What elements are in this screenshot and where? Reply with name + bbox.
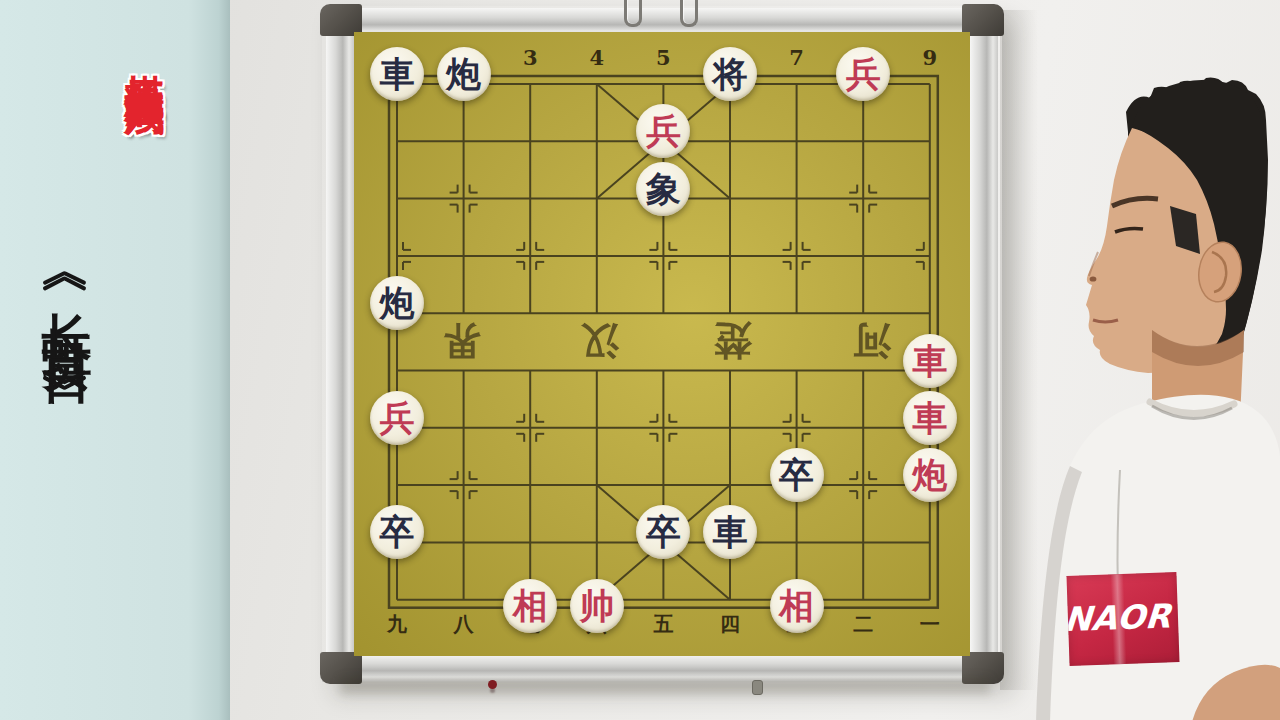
hanging-clip-icon [680, 0, 698, 27]
file-label-bottom-1: 九 [383, 612, 411, 636]
river-character: 界 [439, 318, 485, 364]
file-label-top-4: 4 [583, 46, 611, 70]
piece-character: 兵 [846, 47, 881, 101]
piece-red-f3r9: 相 [503, 579, 557, 633]
file-label-top-5: 5 [649, 46, 677, 70]
piece-black-f2r0: 炮 [437, 47, 491, 101]
piece-red-f4r9: 帅 [570, 579, 624, 633]
piece-character: 炮 [380, 276, 415, 330]
piece-red-f7r9: 相 [770, 579, 824, 633]
piece-black-f5r2: 象 [636, 162, 690, 216]
piece-character: 車 [380, 47, 415, 101]
river-character: 楚 [710, 318, 756, 364]
frame-bar-right [970, 6, 998, 682]
file-label-bottom-2: 八 [450, 612, 478, 636]
piece-black-f1r4: 炮 [370, 276, 424, 330]
piece-character: 相 [513, 579, 548, 633]
file-label-top-9: 9 [916, 46, 944, 70]
file-label-bottom-5: 五 [649, 612, 677, 636]
piece-character: 車 [713, 505, 748, 559]
piece-character: 卒 [380, 505, 415, 559]
file-label-bottom-9: 一 [916, 612, 944, 636]
file-label-top-7: 7 [783, 46, 811, 70]
wall-pin [488, 680, 497, 689]
left-caption-panel: 棋疯子象棋江湖残局 《长虹贯日》 [0, 0, 230, 720]
video-frame: 棋疯子象棋江湖残局 《长虹贯日》 界汉楚河123456789九八七六五四三二一車… [0, 0, 1280, 720]
piece-character: 卒 [646, 505, 681, 559]
xiangqi-board: 界汉楚河123456789九八七六五四三二一車炮将兵兵象炮車兵車卒炮卒卒車相帅相 [354, 32, 970, 656]
piece-red-f1r6: 兵 [370, 391, 424, 445]
piece-character: 車 [912, 334, 947, 388]
piece-character: 相 [779, 579, 814, 633]
piece-red-f9r5: 車 [903, 334, 957, 388]
piece-character: 帅 [579, 579, 614, 633]
file-label-bottom-6: 四 [716, 612, 744, 636]
file-label-top-3: 3 [516, 46, 544, 70]
file-label-bottom-8: 二 [849, 612, 877, 636]
nostril [1090, 276, 1097, 281]
piece-character: 将 [713, 47, 748, 101]
piece-red-f9r6: 車 [903, 391, 957, 445]
piece-red-f9r7: 炮 [903, 448, 957, 502]
channel-title-text: 棋疯子象棋江湖残局 [118, 42, 173, 69]
piece-character: 兵 [646, 104, 681, 158]
shirt-logo: NAOR [1066, 572, 1179, 666]
piece-black-f7r7: 卒 [770, 448, 824, 502]
board-cast-shadow [340, 678, 990, 694]
frame-bar-left [326, 6, 354, 682]
piece-character: 車 [912, 391, 947, 445]
piece-character: 炮 [912, 448, 947, 502]
piece-black-f1r0: 車 [370, 47, 424, 101]
piece-black-f6r0: 将 [703, 47, 757, 101]
puzzle-title-text: 《长虹贯日》 [34, 256, 101, 352]
river-character: 河 [849, 318, 895, 364]
piece-character: 兵 [380, 391, 415, 445]
piece-character: 象 [646, 162, 681, 216]
piece-black-f1r8: 卒 [370, 505, 424, 559]
piece-character: 卒 [779, 448, 814, 502]
piece-red-f8r0: 兵 [836, 47, 890, 101]
wall-hook [752, 680, 763, 695]
piece-character: 炮 [446, 47, 481, 101]
river-character: 汉 [577, 318, 623, 364]
piece-black-f6r8: 車 [703, 505, 757, 559]
hanging-clip-icon [624, 0, 642, 27]
